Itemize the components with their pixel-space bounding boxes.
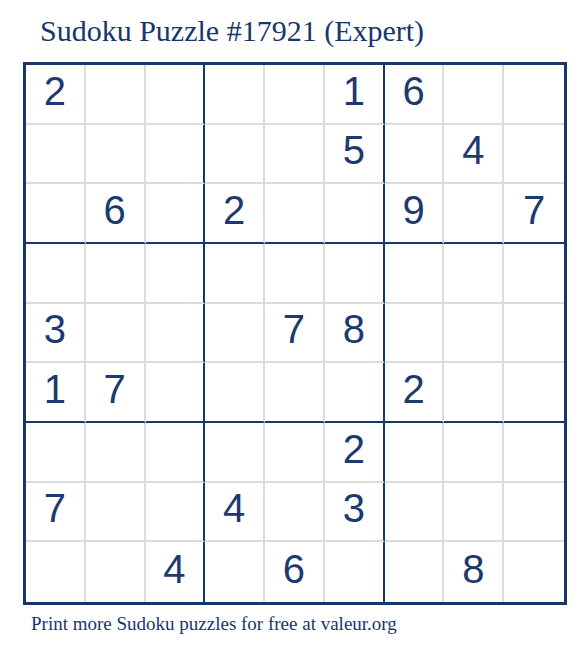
footer-text: Print more Sudoku puzzles for free at va… (31, 613, 397, 635)
sudoku-cell-r5c6: 8 (325, 304, 385, 364)
sudoku-cell-r1c6: 1 (325, 65, 385, 125)
sudoku-cell-r1c3 (146, 65, 206, 125)
sudoku-cell-r6c8 (444, 363, 504, 423)
sudoku-cell-r6c6 (325, 363, 385, 423)
sudoku-cell-r3c1 (26, 184, 86, 244)
sudoku-cell-r3c3 (146, 184, 206, 244)
sudoku-cell-r7c9 (504, 423, 564, 483)
sudoku-cell-r8c8 (444, 483, 504, 543)
sudoku-cell-r3c2: 6 (86, 184, 146, 244)
sudoku-cell-r4c4 (205, 244, 265, 304)
sudoku-cell-r1c8 (444, 65, 504, 125)
sudoku-cell-r4c6 (325, 244, 385, 304)
sudoku-cell-r8c2 (86, 483, 146, 543)
sudoku-cell-r5c3 (146, 304, 206, 364)
sudoku-cell-r2c9 (504, 125, 564, 185)
sudoku-cell-r9c5: 6 (265, 542, 325, 602)
sudoku-cell-r7c1 (26, 423, 86, 483)
sudoku-cell-r8c9 (504, 483, 564, 543)
sudoku-cell-r6c7: 2 (385, 363, 445, 423)
sudoku-cell-r1c5 (265, 65, 325, 125)
sudoku-cell-r6c4 (205, 363, 265, 423)
sudoku-cell-r3c8 (444, 184, 504, 244)
sudoku-cell-r7c5 (265, 423, 325, 483)
sudoku-cell-r7c8 (444, 423, 504, 483)
sudoku-cell-r8c5 (265, 483, 325, 543)
sudoku-cell-r4c2 (86, 244, 146, 304)
sudoku-cell-r1c1: 2 (26, 65, 86, 125)
sudoku-cell-r7c3 (146, 423, 206, 483)
sudoku-cell-r9c7 (385, 542, 445, 602)
sudoku-cell-r3c4: 2 (205, 184, 265, 244)
sudoku-board: 2165462973781722743468 (23, 62, 567, 605)
sudoku-cell-r7c2 (86, 423, 146, 483)
sudoku-cell-r8c6: 3 (325, 483, 385, 543)
sudoku-cell-r1c4 (205, 65, 265, 125)
puzzle-title: Sudoku Puzzle #17921 (Expert) (40, 14, 424, 48)
sudoku-cell-r3c9: 7 (504, 184, 564, 244)
sudoku-cell-r2c2 (86, 125, 146, 185)
sudoku-cell-r9c1 (26, 542, 86, 602)
sudoku-cell-r2c1 (26, 125, 86, 185)
sudoku-cell-r5c9 (504, 304, 564, 364)
sudoku-cell-r6c5 (265, 363, 325, 423)
sudoku-cell-r8c7 (385, 483, 445, 543)
sudoku-cell-r5c7 (385, 304, 445, 364)
sudoku-cell-r1c7: 6 (385, 65, 445, 125)
sudoku-cell-r9c6 (325, 542, 385, 602)
sudoku-cell-r7c4 (205, 423, 265, 483)
page: Sudoku Puzzle #17921 (Expert) 2165462973… (0, 0, 580, 651)
sudoku-cell-r7c7 (385, 423, 445, 483)
sudoku-cell-r9c4 (205, 542, 265, 602)
sudoku-cell-r7c6: 2 (325, 423, 385, 483)
sudoku-cell-r4c5 (265, 244, 325, 304)
sudoku-cell-r4c8 (444, 244, 504, 304)
sudoku-cell-r5c4 (205, 304, 265, 364)
sudoku-cell-r5c2 (86, 304, 146, 364)
sudoku-cell-r8c4: 4 (205, 483, 265, 543)
sudoku-cell-r2c4 (205, 125, 265, 185)
sudoku-cell-r4c3 (146, 244, 206, 304)
sudoku-cell-r1c9 (504, 65, 564, 125)
sudoku-cell-r6c1: 1 (26, 363, 86, 423)
sudoku-cell-r3c7: 9 (385, 184, 445, 244)
sudoku-cell-r9c9 (504, 542, 564, 602)
sudoku-cell-r4c1 (26, 244, 86, 304)
sudoku-cell-r5c1: 3 (26, 304, 86, 364)
sudoku-cell-r5c5: 7 (265, 304, 325, 364)
sudoku-cell-r1c2 (86, 65, 146, 125)
sudoku-cell-r9c2 (86, 542, 146, 602)
sudoku-cell-r6c9 (504, 363, 564, 423)
sudoku-cell-r8c3 (146, 483, 206, 543)
sudoku-cell-r2c8: 4 (444, 125, 504, 185)
sudoku-cell-r6c2: 7 (86, 363, 146, 423)
sudoku-cell-r2c5 (265, 125, 325, 185)
sudoku-cell-r2c7 (385, 125, 445, 185)
sudoku-cell-r4c7 (385, 244, 445, 304)
sudoku-cell-r8c1: 7 (26, 483, 86, 543)
sudoku-cell-r9c8: 8 (444, 542, 504, 602)
sudoku-cell-r3c5 (265, 184, 325, 244)
sudoku-cell-r4c9 (504, 244, 564, 304)
sudoku-cell-r9c3: 4 (146, 542, 206, 602)
sudoku-cell-r2c6: 5 (325, 125, 385, 185)
sudoku-cell-r3c6 (325, 184, 385, 244)
sudoku-cell-r6c3 (146, 363, 206, 423)
sudoku-cell-r2c3 (146, 125, 206, 185)
sudoku-cell-r5c8 (444, 304, 504, 364)
